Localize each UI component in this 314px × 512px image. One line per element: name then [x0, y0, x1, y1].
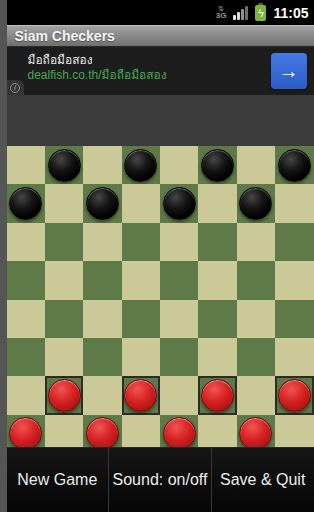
board-square[interactable]	[237, 223, 275, 261]
board-square[interactable]	[237, 146, 275, 184]
board-square[interactable]	[275, 146, 313, 184]
board-square[interactable]	[122, 338, 160, 376]
board-square[interactable]	[275, 261, 313, 299]
board-square[interactable]	[83, 261, 121, 299]
network-label: 3G	[216, 12, 227, 20]
status-bar: ⇅ 3G ϟ 11:05	[7, 0, 314, 25]
app-window: ⇅ 3G ϟ 11:05 Siam Checkers มือถือมือสอง …	[7, 0, 314, 512]
ad-info-button[interactable]: i	[7, 80, 24, 95]
board-square[interactable]	[122, 146, 160, 184]
board-square[interactable]	[83, 376, 121, 414]
board-square[interactable]	[275, 376, 313, 414]
ad-text[interactable]: มือถือมือสอง dealfish.co.th/มือถือมือสอง	[28, 53, 167, 83]
menu-bar: New Game Sound: on/off Save & Quit	[7, 447, 314, 512]
red-piece[interactable]	[48, 379, 81, 412]
app-title: Siam Checkers	[15, 28, 115, 44]
board-square[interactable]	[122, 223, 160, 261]
board-square[interactable]	[275, 184, 313, 222]
black-piece[interactable]	[163, 187, 196, 220]
board-square[interactable]	[83, 300, 121, 338]
board-square[interactable]	[237, 338, 275, 376]
sound-toggle-button[interactable]: Sound: on/off	[108, 448, 211, 512]
board-square[interactable]	[7, 300, 45, 338]
board-square[interactable]	[45, 223, 83, 261]
board-square[interactable]	[45, 300, 83, 338]
signal-strength-icon	[233, 5, 248, 20]
network-3g-icon: ⇅ 3G	[216, 5, 227, 20]
board-square[interactable]	[160, 261, 198, 299]
board-square[interactable]	[160, 223, 198, 261]
black-piece[interactable]	[124, 149, 157, 182]
board-square[interactable]	[83, 338, 121, 376]
new-game-button[interactable]: New Game	[7, 448, 109, 512]
red-piece[interactable]	[278, 379, 311, 412]
red-piece[interactable]	[9, 417, 42, 450]
board-square[interactable]	[7, 376, 45, 414]
board-square[interactable]	[7, 261, 45, 299]
board-square[interactable]	[45, 184, 83, 222]
red-piece[interactable]	[239, 417, 272, 450]
board-square[interactable]	[7, 184, 45, 222]
board-square[interactable]	[198, 261, 236, 299]
ad-headline: มือถือมือสอง	[28, 53, 167, 68]
save-quit-button[interactable]: Save & Quit	[211, 448, 314, 512]
board-square[interactable]	[160, 184, 198, 222]
board-square[interactable]	[237, 261, 275, 299]
board-square[interactable]	[45, 146, 83, 184]
battery-charging-icon: ϟ	[255, 5, 266, 21]
ad-banner[interactable]: มือถือมือสอง dealfish.co.th/มือถือมือสอง…	[7, 47, 314, 95]
board-square[interactable]	[45, 261, 83, 299]
board-square[interactable]	[45, 376, 83, 414]
board-square[interactable]	[237, 376, 275, 414]
board-square[interactable]	[198, 146, 236, 184]
board-square[interactable]	[198, 376, 236, 414]
board-square[interactable]	[160, 300, 198, 338]
lightning-bolt-icon: ϟ	[258, 7, 264, 19]
board-square[interactable]	[7, 338, 45, 376]
board-square[interactable]	[160, 146, 198, 184]
ad-url: dealfish.co.th/มือถือมือสอง	[28, 68, 167, 83]
board-square[interactable]	[160, 376, 198, 414]
status-clock: 11:05	[273, 5, 308, 21]
board-square[interactable]	[83, 223, 121, 261]
board-square[interactable]	[83, 146, 121, 184]
board-square[interactable]	[275, 300, 313, 338]
arrow-right-icon: →	[279, 61, 299, 81]
red-piece[interactable]	[201, 379, 234, 412]
info-icon: i	[10, 83, 20, 93]
checkers-board	[7, 146, 314, 453]
board-square[interactable]	[198, 223, 236, 261]
red-piece[interactable]	[86, 417, 119, 450]
title-bar: Siam Checkers	[7, 25, 314, 47]
black-piece[interactable]	[201, 149, 234, 182]
board-square[interactable]	[122, 184, 160, 222]
board-square[interactable]	[7, 146, 45, 184]
board-square[interactable]	[160, 338, 198, 376]
black-piece[interactable]	[239, 187, 272, 220]
board-square[interactable]	[198, 338, 236, 376]
black-piece[interactable]	[9, 187, 42, 220]
ad-cta-button[interactable]: →	[271, 53, 307, 89]
board-square[interactable]	[237, 300, 275, 338]
board-square[interactable]	[275, 223, 313, 261]
board-square[interactable]	[275, 338, 313, 376]
black-piece[interactable]	[278, 149, 311, 182]
board-square[interactable]	[198, 300, 236, 338]
board-square[interactable]	[198, 184, 236, 222]
board-square[interactable]	[122, 261, 160, 299]
board-square[interactable]	[45, 338, 83, 376]
board-square[interactable]	[83, 184, 121, 222]
board-square[interactable]	[122, 376, 160, 414]
board-square[interactable]	[122, 300, 160, 338]
board-square[interactable]	[237, 184, 275, 222]
red-piece[interactable]	[124, 379, 157, 412]
board-square[interactable]	[7, 223, 45, 261]
black-piece[interactable]	[48, 149, 81, 182]
red-piece[interactable]	[163, 417, 196, 450]
black-piece[interactable]	[86, 187, 119, 220]
